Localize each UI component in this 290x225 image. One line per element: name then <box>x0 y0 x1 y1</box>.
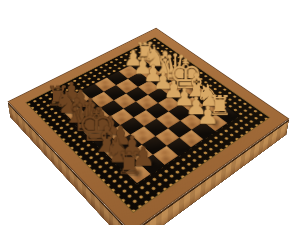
board-square[interactable] <box>153 146 178 165</box>
piece-white-pawn[interactable]: ♟ <box>197 102 219 127</box>
board-leather-frame: ♜♞♝♛♚♝♞♜♟♟♟♟♟♟♟♟♟♟♟♟♟♟♟♟♜♞♝♛♚♝♞♜ <box>7 28 289 225</box>
board-square[interactable] <box>179 130 203 148</box>
chess-set-product-photo: ♜♞♝♛♚♝♞♜♟♟♟♟♟♟♟♟♟♟♟♟♟♟♟♟♜♞♝♛♚♝♞♜ <box>0 0 290 225</box>
chess-board-box: ♜♞♝♛♚♝♞♜♟♟♟♟♟♟♟♟♟♟♟♟♟♟♟♟♜♞♝♛♚♝♞♜ <box>7 28 289 225</box>
board-ornamental-border: ♜♞♝♛♚♝♞♜♟♟♟♟♟♟♟♟♟♟♟♟♟♟♟♟♜♞♝♛♚♝♞♜ <box>25 37 270 213</box>
piece-black-rook[interactable]: ♜ <box>116 148 144 179</box>
chess-board[interactable]: ♜♞♝♛♚♝♞♜♟♟♟♟♟♟♟♟♟♟♟♟♟♟♟♟♜♞♝♛♚♝♞♜ <box>54 53 240 185</box>
